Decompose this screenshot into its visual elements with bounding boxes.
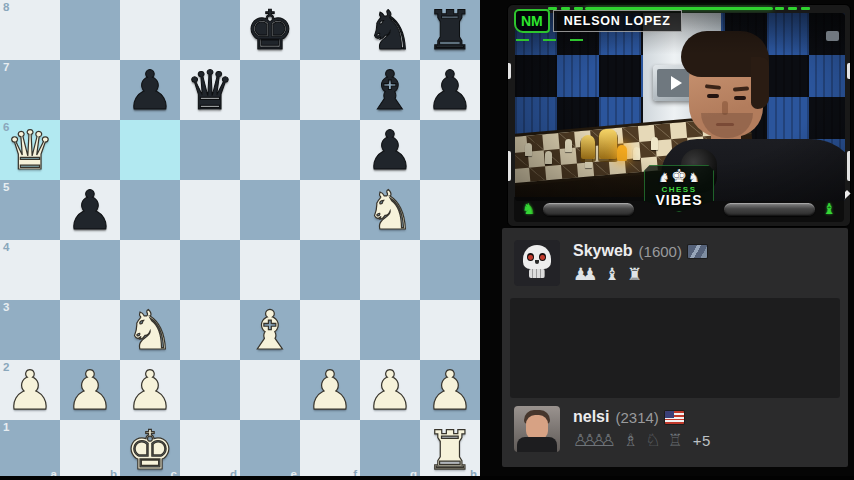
- square-b7[interactable]: [60, 60, 120, 120]
- logo-king: ♚: [671, 167, 687, 184]
- square-c5[interactable]: [120, 180, 180, 240]
- square-f2[interactable]: ♟: [300, 360, 360, 420]
- green-dashes-right: [775, 7, 810, 10]
- captured-pieces-white: ♙♙♙♙♗♘♖+5: [573, 432, 711, 449]
- square-a4[interactable]: 4: [0, 240, 60, 300]
- black-pawn[interactable]: ♟: [60, 180, 120, 240]
- player-rating-black: (1600): [639, 243, 682, 260]
- square-h5[interactable]: [420, 180, 480, 240]
- rank-label-2: 2: [3, 361, 9, 373]
- square-h7[interactable]: ♟: [420, 60, 480, 120]
- square-a6[interactable]: 6♛: [0, 120, 60, 180]
- square-d4[interactable]: [180, 240, 240, 300]
- square-c4[interactable]: [120, 240, 180, 300]
- black-rook[interactable]: ♜: [420, 0, 480, 60]
- rank-label-8: 8: [3, 1, 9, 13]
- square-g1[interactable]: g: [360, 420, 420, 480]
- amber-chess-piece: [617, 145, 627, 161]
- rank-label-5: 5: [3, 181, 9, 193]
- square-b2[interactable]: ♟: [60, 360, 120, 420]
- square-d5[interactable]: [180, 180, 240, 240]
- square-h3[interactable]: [420, 300, 480, 360]
- stream-screen: 8♚♞♜7♟♛♝♟6♛♟5♟♞43♞♝2♟♟♟♟♟♟1abc♚defgh♜ Sk…: [0, 0, 854, 480]
- white-pawn[interactable]: ♟: [420, 360, 480, 420]
- square-b1[interactable]: b: [60, 420, 120, 480]
- black-knight[interactable]: ♞: [360, 0, 420, 60]
- players-panel: Skyweb (1600) ♟♟♝♜ nelsi (2314) ♙: [502, 228, 848, 467]
- square-g3[interactable]: [360, 300, 420, 360]
- square-b5[interactable]: ♟: [60, 180, 120, 240]
- captured-group: ♜: [627, 266, 642, 283]
- streamer-name-plate: NELSON LOPEZ: [553, 10, 682, 32]
- rank-label-3: 3: [3, 301, 9, 313]
- square-c1[interactable]: c♚: [120, 420, 180, 480]
- gold-trophy: [599, 129, 617, 159]
- rank-label-7: 7: [3, 61, 9, 73]
- square-d6[interactable]: [180, 120, 240, 180]
- white-pawn[interactable]: ♟: [300, 360, 360, 420]
- square-c3[interactable]: ♞: [120, 300, 180, 360]
- square-f4[interactable]: [300, 240, 360, 300]
- square-a8[interactable]: 8: [0, 0, 60, 60]
- black-queen[interactable]: ♛: [180, 60, 240, 120]
- move-list-panel[interactable]: [510, 298, 840, 398]
- player-row-white: nelsi (2314) ♙♙♙♙♗♘♖+5: [514, 406, 711, 452]
- camera-icon: [826, 31, 839, 41]
- black-bishop[interactable]: ♝: [360, 60, 420, 120]
- square-e2[interactable]: [240, 360, 300, 420]
- us-flag-icon: [665, 411, 684, 424]
- square-a7[interactable]: 7: [0, 60, 60, 120]
- avatar-skyweb[interactable]: [514, 240, 560, 286]
- square-b6[interactable]: [60, 120, 120, 180]
- white-pawn[interactable]: ♟: [60, 360, 120, 420]
- square-h8[interactable]: ♜: [420, 0, 480, 60]
- square-h2[interactable]: ♟: [420, 360, 480, 420]
- square-g7[interactable]: ♝: [360, 60, 420, 120]
- square-h1[interactable]: h♜: [420, 420, 480, 480]
- square-e4[interactable]: [240, 240, 300, 300]
- captured-group: ♙♙♙♙: [573, 432, 616, 449]
- square-g6[interactable]: ♟: [360, 120, 420, 180]
- chess-board[interactable]: 8♚♞♜7♟♛♝♟6♛♟5♟♞43♞♝2♟♟♟♟♟♟1abc♚defgh♜: [0, 0, 480, 480]
- rank-label-6: 6: [3, 121, 9, 133]
- square-e8[interactable]: ♚: [240, 0, 300, 60]
- square-g4[interactable]: [360, 240, 420, 300]
- square-d1[interactable]: d: [180, 420, 240, 480]
- player-rating-white: (2314): [615, 409, 658, 426]
- square-d2[interactable]: [180, 360, 240, 420]
- square-c2[interactable]: ♟: [120, 360, 180, 420]
- square-b8[interactable]: [60, 0, 120, 60]
- rank-label-1: 1: [3, 421, 9, 433]
- white-pawn[interactable]: ♟: [360, 360, 420, 420]
- logo-knight-left: ♞: [658, 171, 670, 184]
- square-e5[interactable]: [240, 180, 300, 240]
- player-name-black[interactable]: Skyweb: [573, 242, 633, 260]
- square-h4[interactable]: [420, 240, 480, 300]
- square-d3[interactable]: [180, 300, 240, 360]
- gold-trophy: [581, 135, 595, 159]
- white-bishop[interactable]: ♝: [240, 300, 300, 360]
- square-a2[interactable]: 2♟: [0, 360, 60, 420]
- white-knight[interactable]: ♞: [120, 300, 180, 360]
- decor-bar-left: [543, 203, 634, 216]
- captured-group: ♖: [667, 432, 682, 449]
- square-a5[interactable]: 5: [0, 180, 60, 240]
- letterbox-strip: [0, 476, 854, 480]
- captured-group: ♝: [604, 266, 619, 283]
- square-c8[interactable]: [120, 0, 180, 60]
- black-pawn[interactable]: ♟: [120, 60, 180, 120]
- decor-bar-right: [724, 203, 815, 216]
- square-b4[interactable]: [60, 240, 120, 300]
- logo-knight-right: ♞: [688, 171, 700, 184]
- square-f1[interactable]: f: [300, 420, 360, 480]
- title-badge-nm: NM: [514, 9, 550, 33]
- square-f6[interactable]: [300, 120, 360, 180]
- captured-group: ♟♟: [573, 266, 597, 283]
- white-pawn[interactable]: ♟: [120, 360, 180, 420]
- captured-group: ♘: [645, 432, 660, 449]
- square-f8[interactable]: [300, 0, 360, 60]
- player-name-white[interactable]: nelsi: [573, 408, 609, 426]
- square-g2[interactable]: ♟: [360, 360, 420, 420]
- square-f7[interactable]: [300, 60, 360, 120]
- rank-label-4: 4: [3, 241, 9, 253]
- square-e3[interactable]: ♝: [240, 300, 300, 360]
- square-a1[interactable]: 1a: [0, 420, 60, 480]
- black-pawn[interactable]: ♟: [360, 120, 420, 180]
- play-icon: [671, 76, 682, 90]
- webcam-frame: NM NELSON LOPEZ ♞ ♝ ♞ ♚ ♞ CHESS VIBES: [507, 4, 851, 227]
- captured-pieces-black: ♟♟♝♜: [573, 266, 707, 283]
- square-a3[interactable]: 3: [0, 300, 60, 360]
- square-e1[interactable]: e: [240, 420, 300, 480]
- white-knight[interactable]: ♞: [360, 180, 420, 240]
- square-g5[interactable]: ♞: [360, 180, 420, 240]
- captured-group: ♗: [623, 432, 638, 449]
- green-knight-icon: ♞: [522, 202, 535, 217]
- square-c7[interactable]: ♟: [120, 60, 180, 120]
- green-bishop-icon: ♝: [823, 202, 836, 217]
- black-king[interactable]: ♚: [240, 0, 300, 60]
- square-e7[interactable]: [240, 60, 300, 120]
- square-c6[interactable]: [120, 120, 180, 180]
- black-pawn[interactable]: ♟: [420, 60, 480, 120]
- square-f5[interactable]: [300, 180, 360, 240]
- square-h6[interactable]: [420, 120, 480, 180]
- material-advantage: +5: [693, 432, 711, 449]
- square-f3[interactable]: [300, 300, 360, 360]
- player-row-black: Skyweb (1600) ♟♟♝♜: [514, 240, 707, 286]
- square-d7[interactable]: ♛: [180, 60, 240, 120]
- flag-icon: [688, 245, 707, 258]
- avatar-nelsi[interactable]: [514, 406, 560, 452]
- square-e6[interactable]: [240, 120, 300, 180]
- square-g8[interactable]: ♞: [360, 0, 420, 60]
- square-b3[interactable]: [60, 300, 120, 360]
- square-d8[interactable]: [180, 0, 240, 60]
